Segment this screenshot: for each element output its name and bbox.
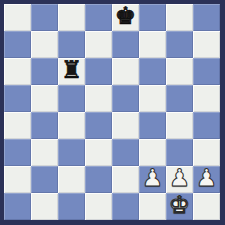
square-h1[interactable] — [193, 193, 220, 220]
square-b1[interactable] — [31, 193, 58, 220]
square-h5[interactable] — [193, 85, 220, 112]
square-a1[interactable] — [4, 193, 31, 220]
square-c6[interactable]: ♜ — [58, 58, 85, 85]
square-d4[interactable] — [85, 112, 112, 139]
square-c2[interactable] — [58, 166, 85, 193]
square-g2[interactable]: ♟ — [166, 166, 193, 193]
square-e4[interactable] — [112, 112, 139, 139]
square-e2[interactable] — [112, 166, 139, 193]
white-pawn-g2[interactable]: ♟ — [169, 165, 191, 192]
square-e1[interactable] — [112, 193, 139, 220]
square-c5[interactable] — [58, 85, 85, 112]
square-e3[interactable] — [112, 139, 139, 166]
white-pawn-h2[interactable]: ♟ — [196, 165, 218, 192]
square-e5[interactable] — [112, 85, 139, 112]
square-h6[interactable] — [193, 58, 220, 85]
square-h8[interactable] — [193, 4, 220, 31]
square-b2[interactable] — [31, 166, 58, 193]
square-b3[interactable] — [31, 139, 58, 166]
square-f5[interactable] — [139, 85, 166, 112]
square-b8[interactable] — [31, 4, 58, 31]
square-b6[interactable] — [31, 58, 58, 85]
square-a4[interactable] — [4, 112, 31, 139]
square-h7[interactable] — [193, 31, 220, 58]
square-g8[interactable] — [166, 4, 193, 31]
square-f8[interactable] — [139, 4, 166, 31]
square-a8[interactable] — [4, 4, 31, 31]
white-pawn-f2[interactable]: ♟ — [142, 165, 164, 192]
square-c7[interactable] — [58, 31, 85, 58]
square-d2[interactable] — [85, 166, 112, 193]
chess-board-frame: ♚♜♟♟♟♚ — [0, 0, 225, 225]
square-h3[interactable] — [193, 139, 220, 166]
square-f2[interactable]: ♟ — [139, 166, 166, 193]
square-c1[interactable] — [58, 193, 85, 220]
black-rook-c6[interactable]: ♜ — [61, 57, 83, 84]
black-king-e8[interactable]: ♚ — [115, 3, 137, 30]
square-d8[interactable] — [85, 4, 112, 31]
square-c3[interactable] — [58, 139, 85, 166]
square-h4[interactable] — [193, 112, 220, 139]
square-g7[interactable] — [166, 31, 193, 58]
square-a3[interactable] — [4, 139, 31, 166]
square-d6[interactable] — [85, 58, 112, 85]
square-b7[interactable] — [31, 31, 58, 58]
square-c8[interactable] — [58, 4, 85, 31]
square-a6[interactable] — [4, 58, 31, 85]
square-e7[interactable] — [112, 31, 139, 58]
square-g5[interactable] — [166, 85, 193, 112]
square-a2[interactable] — [4, 166, 31, 193]
square-f7[interactable] — [139, 31, 166, 58]
square-d5[interactable] — [85, 85, 112, 112]
square-f4[interactable] — [139, 112, 166, 139]
square-d1[interactable] — [85, 193, 112, 220]
square-g3[interactable] — [166, 139, 193, 166]
square-e8[interactable]: ♚ — [112, 4, 139, 31]
square-b4[interactable] — [31, 112, 58, 139]
square-e6[interactable] — [112, 58, 139, 85]
square-g1[interactable]: ♚ — [166, 193, 193, 220]
square-f6[interactable] — [139, 58, 166, 85]
square-g4[interactable] — [166, 112, 193, 139]
square-a7[interactable] — [4, 31, 31, 58]
square-f3[interactable] — [139, 139, 166, 166]
square-d3[interactable] — [85, 139, 112, 166]
square-a5[interactable] — [4, 85, 31, 112]
square-b5[interactable] — [31, 85, 58, 112]
chess-board: ♚♜♟♟♟♚ — [4, 4, 220, 220]
square-f1[interactable] — [139, 193, 166, 220]
square-c4[interactable] — [58, 112, 85, 139]
white-king-g1[interactable]: ♚ — [169, 192, 191, 219]
square-g6[interactable] — [166, 58, 193, 85]
square-d7[interactable] — [85, 31, 112, 58]
square-h2[interactable]: ♟ — [193, 166, 220, 193]
